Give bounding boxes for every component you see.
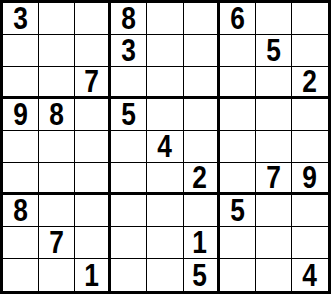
cell-r1c1: 3 — [3, 3, 39, 35]
given-digit: 8 — [13, 195, 28, 226]
cell-r5c3[interactable] — [75, 131, 111, 163]
cell-r2c4: 3 — [111, 35, 147, 67]
cell-r6c9: 9 — [292, 163, 328, 195]
cell-r7c7: 5 — [220, 195, 256, 227]
cell-r9c6: 5 — [184, 259, 220, 291]
given-digit: 9 — [303, 163, 318, 193]
given-digit: 5 — [230, 195, 245, 226]
cell-r4c2: 8 — [39, 99, 75, 131]
cell-r6c1[interactable] — [3, 163, 39, 195]
cell-r4c9[interactable] — [292, 99, 328, 131]
cell-r2c7[interactable] — [220, 35, 256, 67]
cell-r3c9: 2 — [292, 67, 328, 99]
cell-r3c8[interactable] — [256, 67, 292, 99]
cell-r8c9[interactable] — [292, 227, 328, 259]
cell-r1c5[interactable] — [147, 3, 183, 35]
given-digit: 5 — [193, 260, 208, 291]
cell-r4c3[interactable] — [75, 99, 111, 131]
cell-r8c7[interactable] — [220, 227, 256, 259]
cell-r5c8[interactable] — [256, 131, 292, 163]
cell-r1c7: 6 — [220, 3, 256, 35]
given-digit: 8 — [49, 99, 64, 130]
cell-r5c1[interactable] — [3, 131, 39, 163]
cell-r8c4[interactable] — [111, 227, 147, 259]
cell-r4c1: 9 — [3, 99, 39, 131]
cell-r9c7[interactable] — [220, 259, 256, 291]
given-digit: 7 — [49, 227, 64, 258]
cell-r2c6[interactable] — [184, 35, 220, 67]
cell-r8c6: 1 — [184, 227, 220, 259]
cell-r6c5[interactable] — [147, 163, 183, 195]
given-digit: 4 — [158, 131, 173, 162]
cell-r6c6: 2 — [184, 163, 220, 195]
given-digit: 2 — [303, 67, 318, 97]
cell-r7c5[interactable] — [147, 195, 183, 227]
cell-r5c5: 4 — [147, 131, 183, 163]
cell-r7c4[interactable] — [111, 195, 147, 227]
cell-r4c6[interactable] — [184, 99, 220, 131]
cell-r4c7[interactable] — [220, 99, 256, 131]
cell-r3c6[interactable] — [184, 67, 220, 99]
cell-r5c6[interactable] — [184, 131, 220, 163]
cell-r6c3[interactable] — [75, 163, 111, 195]
given-digit: 1 — [84, 260, 99, 291]
given-digit: 1 — [193, 227, 208, 258]
cell-r2c8: 5 — [256, 35, 292, 67]
cell-r9c5[interactable] — [147, 259, 183, 291]
cell-r3c7[interactable] — [220, 67, 256, 99]
given-digit: 3 — [122, 35, 137, 66]
cell-r1c3[interactable] — [75, 3, 111, 35]
cell-r4c8[interactable] — [256, 99, 292, 131]
cell-r5c9[interactable] — [292, 131, 328, 163]
cell-r7c2[interactable] — [39, 195, 75, 227]
cell-r2c9[interactable] — [292, 35, 328, 67]
given-digit: 7 — [84, 67, 99, 97]
cell-r6c7[interactable] — [220, 163, 256, 195]
cell-r9c8[interactable] — [256, 259, 292, 291]
cell-r2c5[interactable] — [147, 35, 183, 67]
cell-r2c3[interactable] — [75, 35, 111, 67]
cell-r7c8[interactable] — [256, 195, 292, 227]
cell-r9c1[interactable] — [3, 259, 39, 291]
given-digit: 2 — [193, 163, 208, 193]
given-digit: 9 — [13, 99, 28, 130]
cell-r8c8[interactable] — [256, 227, 292, 259]
given-digit: 7 — [266, 163, 281, 193]
cell-r8c2: 7 — [39, 227, 75, 259]
sudoku-board: 386357298542798571154 — [0, 0, 331, 294]
cell-r3c3: 7 — [75, 67, 111, 99]
cell-r1c2[interactable] — [39, 3, 75, 35]
given-digit: 3 — [13, 3, 28, 34]
cell-r3c1[interactable] — [3, 67, 39, 99]
cell-r8c3[interactable] — [75, 227, 111, 259]
cell-r6c2[interactable] — [39, 163, 75, 195]
cell-r3c5[interactable] — [147, 67, 183, 99]
cell-r7c9[interactable] — [292, 195, 328, 227]
cell-r3c2[interactable] — [39, 67, 75, 99]
cell-r9c9: 4 — [292, 259, 328, 291]
cell-r9c3: 1 — [75, 259, 111, 291]
cell-r8c1[interactable] — [3, 227, 39, 259]
cell-r5c7[interactable] — [220, 131, 256, 163]
cell-r1c6[interactable] — [184, 3, 220, 35]
cell-r5c4[interactable] — [111, 131, 147, 163]
cell-r2c1[interactable] — [3, 35, 39, 67]
cell-r5c2[interactable] — [39, 131, 75, 163]
given-digit: 5 — [266, 35, 281, 66]
cell-r1c9[interactable] — [292, 3, 328, 35]
cell-r3c4[interactable] — [111, 67, 147, 99]
cell-r4c4: 5 — [111, 99, 147, 131]
cell-r7c1: 8 — [3, 195, 39, 227]
cell-r6c8: 7 — [256, 163, 292, 195]
cell-r9c4[interactable] — [111, 259, 147, 291]
cell-r1c4: 8 — [111, 3, 147, 35]
given-digit: 8 — [122, 3, 137, 34]
cell-r7c3[interactable] — [75, 195, 111, 227]
given-digit: 4 — [303, 260, 318, 291]
cell-r6c4[interactable] — [111, 163, 147, 195]
given-digit: 6 — [230, 3, 245, 34]
given-digit: 5 — [122, 99, 137, 130]
cell-r8c5[interactable] — [147, 227, 183, 259]
cell-r1c8[interactable] — [256, 3, 292, 35]
cell-r7c6[interactable] — [184, 195, 220, 227]
cell-r2c2[interactable] — [39, 35, 75, 67]
cell-r9c2[interactable] — [39, 259, 75, 291]
cell-r4c5[interactable] — [147, 99, 183, 131]
